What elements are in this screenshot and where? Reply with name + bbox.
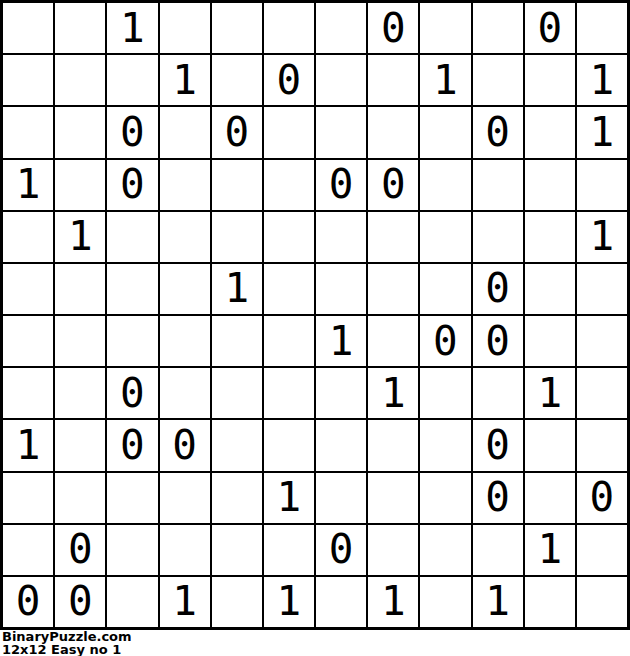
cell-r3-c3-given: 0 [107,107,157,157]
footer: BinaryPuzzle.com 12x12 Easy no 1 [0,630,630,656]
cell-r11-c10[interactable] [473,525,523,575]
cell-r8-c1[interactable] [3,368,53,418]
cell-r9-c8[interactable] [368,420,418,470]
cell-r4-c11[interactable] [525,160,575,210]
cell-r3-c11[interactable] [525,107,575,157]
cell-r2-c9-given: 1 [420,55,470,105]
cell-r11-c5[interactable] [212,525,262,575]
cell-r12-c7[interactable] [316,577,366,627]
cell-r3-c5-given: 0 [212,107,262,157]
cell-r9-c10-given: 0 [473,420,523,470]
cell-r1-c3-given: 1 [107,3,157,53]
cell-r7-c8[interactable] [368,316,418,366]
cell-r10-c6-given: 1 [264,473,314,523]
cell-r11-c1[interactable] [3,525,53,575]
cell-r8-c12[interactable] [577,368,627,418]
cell-r7-c11[interactable] [525,316,575,366]
cell-r12-c8-given: 1 [368,577,418,627]
cell-r8-c3-given: 0 [107,368,157,418]
cell-r3-c10-given: 0 [473,107,523,157]
cell-r2-c10[interactable] [473,55,523,105]
cell-r8-c11-given: 1 [525,368,575,418]
cell-r8-c2[interactable] [55,368,105,418]
cell-r12-c9[interactable] [420,577,470,627]
cell-r5-c8[interactable] [368,212,418,262]
cell-r12-c12[interactable] [577,577,627,627]
cell-r6-c11[interactable] [525,264,575,314]
cell-r2-c12-given: 1 [577,55,627,105]
cell-r1-c1[interactable] [3,3,53,53]
cell-r6-c6[interactable] [264,264,314,314]
cell-r7-c6[interactable] [264,316,314,366]
cell-r7-c7-given: 1 [316,316,366,366]
cell-r2-c5[interactable] [212,55,262,105]
cell-r10-c4[interactable] [160,473,210,523]
cell-r11-c6[interactable] [264,525,314,575]
cell-r10-c8[interactable] [368,473,418,523]
cell-r7-c3[interactable] [107,316,157,366]
cell-r6-c12[interactable] [577,264,627,314]
cell-r8-c8-given: 1 [368,368,418,418]
cell-r8-c4[interactable] [160,368,210,418]
cell-r9-c4-given: 0 [160,420,210,470]
cell-r7-c9-given: 0 [420,316,470,366]
cell-r4-c7-given: 0 [316,160,366,210]
cell-r12-c2-given: 0 [55,577,105,627]
cell-r4-c1-given: 1 [3,160,53,210]
cell-r5-c9[interactable] [420,212,470,262]
cell-r6-c8[interactable] [368,264,418,314]
cell-r5-c6[interactable] [264,212,314,262]
cell-r10-c1[interactable] [3,473,53,523]
cell-r10-c10-given: 0 [473,473,523,523]
cell-r3-c9[interactable] [420,107,470,157]
cell-r12-c3[interactable] [107,577,157,627]
cell-r1-c9[interactable] [420,3,470,53]
cell-r7-c1[interactable] [3,316,53,366]
cell-r12-c4-given: 1 [160,577,210,627]
cell-r8-c5[interactable] [212,368,262,418]
cell-r6-c7[interactable] [316,264,366,314]
cell-r9-c1-given: 1 [3,420,53,470]
cell-r8-c6[interactable] [264,368,314,418]
cell-r3-c7[interactable] [316,107,366,157]
cell-r3-c4[interactable] [160,107,210,157]
cell-r5-c2-given: 1 [55,212,105,262]
cell-r6-c10-given: 0 [473,264,523,314]
cell-r3-c2[interactable] [55,107,105,157]
cell-r3-c8[interactable] [368,107,418,157]
cell-r4-c10[interactable] [473,160,523,210]
cell-r11-c8[interactable] [368,525,418,575]
cell-r1-c11-given: 0 [525,3,575,53]
cell-r4-c5[interactable] [212,160,262,210]
cell-r6-c1[interactable] [3,264,53,314]
cell-r11-c4[interactable] [160,525,210,575]
cell-r9-c6[interactable] [264,420,314,470]
binary-puzzle-board: 1001011000110001110100011100010000100111… [0,0,630,630]
cell-r1-c7[interactable] [316,3,366,53]
cell-r11-c3[interactable] [107,525,157,575]
cell-r5-c5[interactable] [212,212,262,262]
cell-r6-c4[interactable] [160,264,210,314]
cell-r10-c9[interactable] [420,473,470,523]
cell-r1-c8-given: 0 [368,3,418,53]
cell-r10-c2[interactable] [55,473,105,523]
cell-r2-c11[interactable] [525,55,575,105]
cell-r10-c5[interactable] [212,473,262,523]
cell-r4-c6[interactable] [264,160,314,210]
cell-r10-c7[interactable] [316,473,366,523]
cell-r1-c6[interactable] [264,3,314,53]
cell-r2-c8[interactable] [368,55,418,105]
cell-r5-c12-given: 1 [577,212,627,262]
cell-r3-c1[interactable] [3,107,53,157]
cell-r11-c2-given: 0 [55,525,105,575]
cell-r7-c12[interactable] [577,316,627,366]
cell-r9-c11[interactable] [525,420,575,470]
cell-r12-c6-given: 1 [264,577,314,627]
cell-r11-c12[interactable] [577,525,627,575]
cell-r7-c4[interactable] [160,316,210,366]
cell-r6-c3[interactable] [107,264,157,314]
cell-r3-c12-given: 1 [577,107,627,157]
cell-r10-c11[interactable] [525,473,575,523]
cell-r12-c11[interactable] [525,577,575,627]
cell-r7-c10-given: 0 [473,316,523,366]
cell-r1-c5[interactable] [212,3,262,53]
cell-r7-c2[interactable] [55,316,105,366]
cell-r1-c12[interactable] [577,3,627,53]
cell-r1-c2[interactable] [55,3,105,53]
cell-r5-c11[interactable] [525,212,575,262]
cell-r2-c6-given: 0 [264,55,314,105]
cell-r5-c3[interactable] [107,212,157,262]
cell-r9-c7[interactable] [316,420,366,470]
cell-r4-c9[interactable] [420,160,470,210]
cell-r8-c10[interactable] [473,368,523,418]
cell-r2-c4-given: 1 [160,55,210,105]
cell-r12-c5[interactable] [212,577,262,627]
cell-r8-c9[interactable] [420,368,470,418]
cell-r9-c3-given: 0 [107,420,157,470]
cell-r4-c3-given: 0 [107,160,157,210]
cell-r9-c12[interactable] [577,420,627,470]
cell-r4-c12[interactable] [577,160,627,210]
cell-r5-c1[interactable] [3,212,53,262]
cell-r10-c3[interactable] [107,473,157,523]
cell-r4-c8-given: 0 [368,160,418,210]
cell-r1-c4[interactable] [160,3,210,53]
cell-r6-c9[interactable] [420,264,470,314]
cell-r12-c10-given: 1 [473,577,523,627]
cell-r5-c10[interactable] [473,212,523,262]
cell-r8-c7[interactable] [316,368,366,418]
cell-r1-c10[interactable] [473,3,523,53]
cell-r2-c2[interactable] [55,55,105,105]
cell-r12-c1-given: 0 [3,577,53,627]
cell-r4-c4[interactable] [160,160,210,210]
puzzle-title: 12x12 Easy no 1 [2,643,630,656]
cell-r10-c12-given: 0 [577,473,627,523]
cell-r9-c2[interactable] [55,420,105,470]
cell-r2-c3[interactable] [107,55,157,105]
cell-r4-c2[interactable] [55,160,105,210]
cell-r5-c7[interactable] [316,212,366,262]
cell-r11-c9[interactable] [420,525,470,575]
cell-r6-c2[interactable] [55,264,105,314]
cell-r11-c11-given: 1 [525,525,575,575]
cell-r5-c4[interactable] [160,212,210,262]
cell-r7-c5[interactable] [212,316,262,366]
cell-r9-c5[interactable] [212,420,262,470]
cell-r9-c9[interactable] [420,420,470,470]
cell-r6-c5-given: 1 [212,264,262,314]
cell-r2-c1[interactable] [3,55,53,105]
cell-r3-c6[interactable] [264,107,314,157]
cell-r11-c7-given: 0 [316,525,366,575]
cell-r2-c7[interactable] [316,55,366,105]
